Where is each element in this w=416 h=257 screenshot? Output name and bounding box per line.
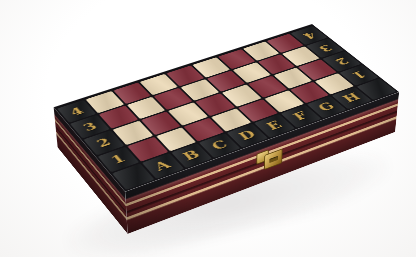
- coordinate-label: F: [291, 110, 311, 122]
- coordinate-label: 4: [300, 30, 318, 40]
- coordinate-label: 3: [81, 120, 100, 133]
- coordinate-label: B: [180, 148, 202, 162]
- square-c1: [184, 118, 224, 142]
- square-e1: [238, 99, 278, 122]
- square-b3: [127, 97, 166, 120]
- coordinate-label: C: [209, 139, 230, 153]
- coordinate-label: H: [340, 91, 363, 104]
- square-b2: [141, 112, 181, 135]
- coordinate-label: 2: [332, 56, 351, 67]
- photo-scene: 44332211ABCDEFGH: [0, 0, 416, 257]
- square-a1: [127, 137, 168, 162]
- coordinate-label: E: [264, 119, 285, 132]
- square-a3: [99, 106, 138, 129]
- brass-latch: [256, 144, 283, 175]
- coordinate-label: D: [236, 129, 258, 143]
- rank-label-left-4: 4: [57, 100, 96, 123]
- coordinate-label: 1: [108, 153, 128, 166]
- coordinate-label: 1: [349, 69, 368, 80]
- coordinate-label: G: [316, 101, 338, 114]
- coordinate-label: 4: [67, 105, 85, 117]
- square-d1: [211, 108, 251, 131]
- chess-box: 44332211ABCDEFGH: [54, 24, 400, 192]
- coordinate-label: 3: [316, 43, 334, 53]
- coordinate-label: A: [152, 159, 173, 173]
- coordinate-label: 2: [94, 136, 113, 149]
- square-b1: [156, 127, 197, 151]
- perspective-wrapper: 44332211ABCDEFGH: [0, 0, 416, 257]
- square-a2: [113, 121, 153, 145]
- square-c2: [169, 102, 209, 125]
